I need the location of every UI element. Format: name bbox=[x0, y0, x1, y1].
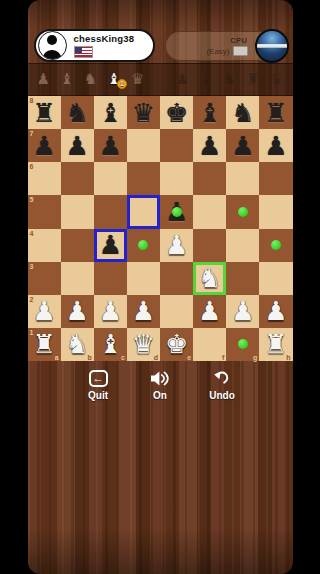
square-d3[interactable] bbox=[127, 262, 160, 295]
white-knight[interactable]: ♞ bbox=[193, 262, 226, 295]
undo-label: Undo bbox=[209, 390, 235, 401]
bottom-controls: ← Quit On Undo bbox=[28, 368, 293, 401]
square-h3[interactable] bbox=[259, 262, 292, 295]
tray-black-rook-placeholder: ♜ bbox=[246, 72, 259, 87]
square-f4[interactable] bbox=[193, 229, 226, 262]
file-label: e bbox=[187, 354, 191, 361]
square-h2[interactable]: ♟ bbox=[259, 295, 292, 328]
square-d7[interactable] bbox=[127, 129, 160, 162]
square-b6[interactable] bbox=[61, 162, 94, 195]
square-e4[interactable]: ♟ bbox=[160, 229, 193, 262]
square-d1[interactable]: d♛ bbox=[127, 328, 160, 361]
rank-label: 6 bbox=[30, 163, 34, 170]
square-f5[interactable] bbox=[193, 195, 226, 228]
black-pawn[interactable]: ♟ bbox=[61, 129, 94, 162]
square-e5[interactable]: ♟ bbox=[160, 195, 193, 228]
square-e1[interactable]: e♚ bbox=[160, 328, 193, 361]
black-bishop[interactable]: ♝ bbox=[94, 96, 127, 129]
white-pawn[interactable]: ♟ bbox=[193, 295, 226, 328]
captured-black-pieces: ♟♝♞♜♛ bbox=[171, 72, 289, 87]
square-b5[interactable] bbox=[61, 195, 94, 228]
square-a1[interactable]: 1a♜ bbox=[28, 328, 61, 361]
square-g3[interactable] bbox=[226, 262, 259, 295]
rank-label: 8 bbox=[30, 97, 34, 104]
rank-label: 4 bbox=[30, 230, 34, 237]
tray-black-queen-placeholder: ♛ bbox=[270, 72, 283, 87]
square-g7[interactable]: ♟ bbox=[226, 129, 259, 162]
legal-move-dot[interactable] bbox=[172, 207, 182, 217]
square-f3[interactable]: ♞ bbox=[193, 262, 226, 295]
square-e8[interactable]: ♚ bbox=[160, 96, 193, 129]
quit-label: Quit bbox=[88, 390, 108, 401]
cpu-name: CPU bbox=[230, 36, 247, 45]
tray-black-knight-placeholder: ♞ bbox=[223, 72, 236, 87]
square-a6[interactable]: 6 bbox=[28, 162, 61, 195]
captured-white-pieces: ♟♝♞♝1♛ bbox=[32, 72, 150, 87]
player-info: chessKing38 bbox=[74, 33, 135, 58]
quit-button[interactable]: ← Quit bbox=[80, 368, 116, 401]
square-b4[interactable] bbox=[61, 229, 94, 262]
tray-white-pawn-placeholder: ♟ bbox=[37, 72, 50, 87]
square-e7[interactable] bbox=[160, 129, 193, 162]
square-c1[interactable]: c♝ bbox=[94, 328, 127, 361]
legal-move-dot[interactable] bbox=[138, 240, 148, 250]
black-knight[interactable]: ♞ bbox=[226, 96, 259, 129]
player-card[interactable]: chessKing38 bbox=[34, 29, 155, 62]
file-label: g bbox=[253, 354, 257, 361]
square-a4[interactable]: 4 bbox=[28, 229, 61, 262]
square-a7[interactable]: 7♟ bbox=[28, 129, 61, 162]
square-h1[interactable]: h♜ bbox=[259, 328, 292, 361]
white-pawn[interactable]: ♟ bbox=[259, 295, 292, 328]
cpu-difficulty: (Easy) bbox=[206, 47, 229, 56]
players-row: chessKing38 CPU (Easy) bbox=[28, 29, 293, 63]
square-g6[interactable] bbox=[226, 162, 259, 195]
white-pawn[interactable]: ♟ bbox=[127, 295, 160, 328]
file-label: b bbox=[87, 354, 91, 361]
black-pawn[interactable]: ♟ bbox=[259, 129, 292, 162]
square-b7[interactable]: ♟ bbox=[61, 129, 94, 162]
capture-count-badge: 1 bbox=[117, 79, 127, 89]
tray-black-pawn-placeholder: ♟ bbox=[176, 72, 189, 87]
tray-white-queen-placeholder: ♛ bbox=[131, 72, 144, 87]
us-flag-icon bbox=[74, 46, 93, 58]
square-g2[interactable]: ♟ bbox=[226, 295, 259, 328]
square-d2[interactable]: ♟ bbox=[127, 295, 160, 328]
black-queen[interactable]: ♛ bbox=[127, 96, 160, 129]
legal-move-dot[interactable] bbox=[271, 240, 281, 250]
chess-board[interactable]: 8♜♞♝♛♚♝♞♜7♟♟♟♟♟♟65♟4♟♟3♞2♟♟♟♟♟♟♟1a♜b♞c♝d… bbox=[28, 96, 293, 361]
square-a5[interactable]: 5 bbox=[28, 195, 61, 228]
undo-arrow-icon bbox=[212, 368, 232, 388]
rank-label: 1 bbox=[30, 329, 34, 336]
square-e3[interactable] bbox=[160, 262, 193, 295]
square-f6[interactable] bbox=[193, 162, 226, 195]
white-pawn[interactable]: ♟ bbox=[61, 295, 94, 328]
black-pawn[interactable]: ♟ bbox=[94, 229, 127, 262]
square-e6[interactable] bbox=[160, 162, 193, 195]
back-arrow-icon: ← bbox=[89, 370, 108, 387]
file-label: a bbox=[55, 354, 59, 361]
undo-button[interactable]: Undo bbox=[204, 368, 240, 401]
square-g5[interactable] bbox=[226, 195, 259, 228]
black-pawn[interactable]: ♟ bbox=[94, 129, 127, 162]
square-b1[interactable]: b♞ bbox=[61, 328, 94, 361]
black-knight[interactable]: ♞ bbox=[61, 96, 94, 129]
rank-label: 7 bbox=[30, 130, 34, 137]
square-e2[interactable] bbox=[160, 295, 193, 328]
square-d5[interactable] bbox=[127, 195, 160, 228]
square-c7[interactable]: ♟ bbox=[94, 129, 127, 162]
square-c4[interactable]: ♟ bbox=[94, 229, 127, 262]
square-c8[interactable]: ♝ bbox=[94, 96, 127, 129]
speaker-icon bbox=[150, 368, 170, 388]
square-h4[interactable] bbox=[259, 229, 292, 262]
square-c5[interactable] bbox=[94, 195, 127, 228]
square-a3[interactable]: 3 bbox=[28, 262, 61, 295]
cpu-difficulty-row: (Easy) bbox=[206, 46, 247, 56]
black-bishop[interactable]: ♝ bbox=[193, 96, 226, 129]
square-g1[interactable]: g bbox=[226, 328, 259, 361]
square-f2[interactable]: ♟ bbox=[193, 295, 226, 328]
cpu-card: CPU (Easy) bbox=[165, 29, 287, 65]
chess-app-screen: chessKing38 CPU (Easy) ♟♝♞♝1♛ ♟♝♞♜♛ 8♜♞♝… bbox=[28, 0, 293, 574]
legal-move-dot[interactable] bbox=[238, 207, 248, 217]
square-b2[interactable]: ♟ bbox=[61, 295, 94, 328]
square-b3[interactable] bbox=[61, 262, 94, 295]
square-d6[interactable] bbox=[127, 162, 160, 195]
white-pawn[interactable]: ♟ bbox=[94, 295, 127, 328]
white-pawn[interactable]: ♟ bbox=[160, 229, 193, 262]
square-c2[interactable]: ♟ bbox=[94, 295, 127, 328]
square-h5[interactable] bbox=[259, 195, 292, 228]
square-c6[interactable] bbox=[94, 162, 127, 195]
square-g4[interactable] bbox=[226, 229, 259, 262]
square-h7[interactable]: ♟ bbox=[259, 129, 292, 162]
square-b8[interactable]: ♞ bbox=[61, 96, 94, 129]
file-label: h bbox=[286, 354, 290, 361]
legal-move-dot[interactable] bbox=[238, 339, 248, 349]
cpu-robot-avatar-icon bbox=[255, 29, 289, 63]
file-label: d bbox=[154, 354, 158, 361]
black-rook[interactable]: ♜ bbox=[259, 96, 292, 129]
player-avatar-icon bbox=[38, 31, 67, 60]
square-f1[interactable]: f bbox=[193, 328, 226, 361]
black-pawn[interactable]: ♟ bbox=[193, 129, 226, 162]
sound-state-label: On bbox=[153, 390, 167, 401]
rank-label: 3 bbox=[30, 263, 34, 270]
tray-black-bishop-placeholder: ♝ bbox=[199, 72, 212, 87]
square-c3[interactable] bbox=[94, 262, 127, 295]
square-f7[interactable]: ♟ bbox=[193, 129, 226, 162]
square-h6[interactable] bbox=[259, 162, 292, 195]
black-pawn[interactable]: ♟ bbox=[226, 129, 259, 162]
tray-white-bishop-placeholder: ♝ bbox=[60, 72, 73, 87]
rank-label: 5 bbox=[30, 196, 34, 203]
file-label: c bbox=[121, 354, 125, 361]
square-a2[interactable]: 2♟ bbox=[28, 295, 61, 328]
square-f8[interactable]: ♝ bbox=[193, 96, 226, 129]
square-g8[interactable]: ♞ bbox=[226, 96, 259, 129]
square-h8[interactable]: ♜ bbox=[259, 96, 292, 129]
rank-label: 2 bbox=[30, 296, 34, 303]
square-a8[interactable]: 8♜ bbox=[28, 96, 61, 129]
white-pawn[interactable]: ♟ bbox=[226, 295, 259, 328]
square-d4[interactable] bbox=[127, 229, 160, 262]
top-spacer bbox=[28, 0, 293, 29]
sound-toggle-button[interactable]: On bbox=[142, 368, 178, 401]
player-name: chessKing38 bbox=[74, 33, 135, 44]
cpu-flag-badge bbox=[233, 46, 248, 56]
square-d8[interactable]: ♛ bbox=[127, 96, 160, 129]
captured-pieces-tray: ♟♝♞♝1♛ ♟♝♞♜♛ bbox=[28, 63, 293, 96]
black-king[interactable]: ♚ bbox=[160, 96, 193, 129]
tray-white-bishop-captured: ♝1 bbox=[107, 72, 120, 87]
tray-white-knight-placeholder: ♞ bbox=[84, 72, 97, 87]
file-label: f bbox=[222, 354, 224, 361]
